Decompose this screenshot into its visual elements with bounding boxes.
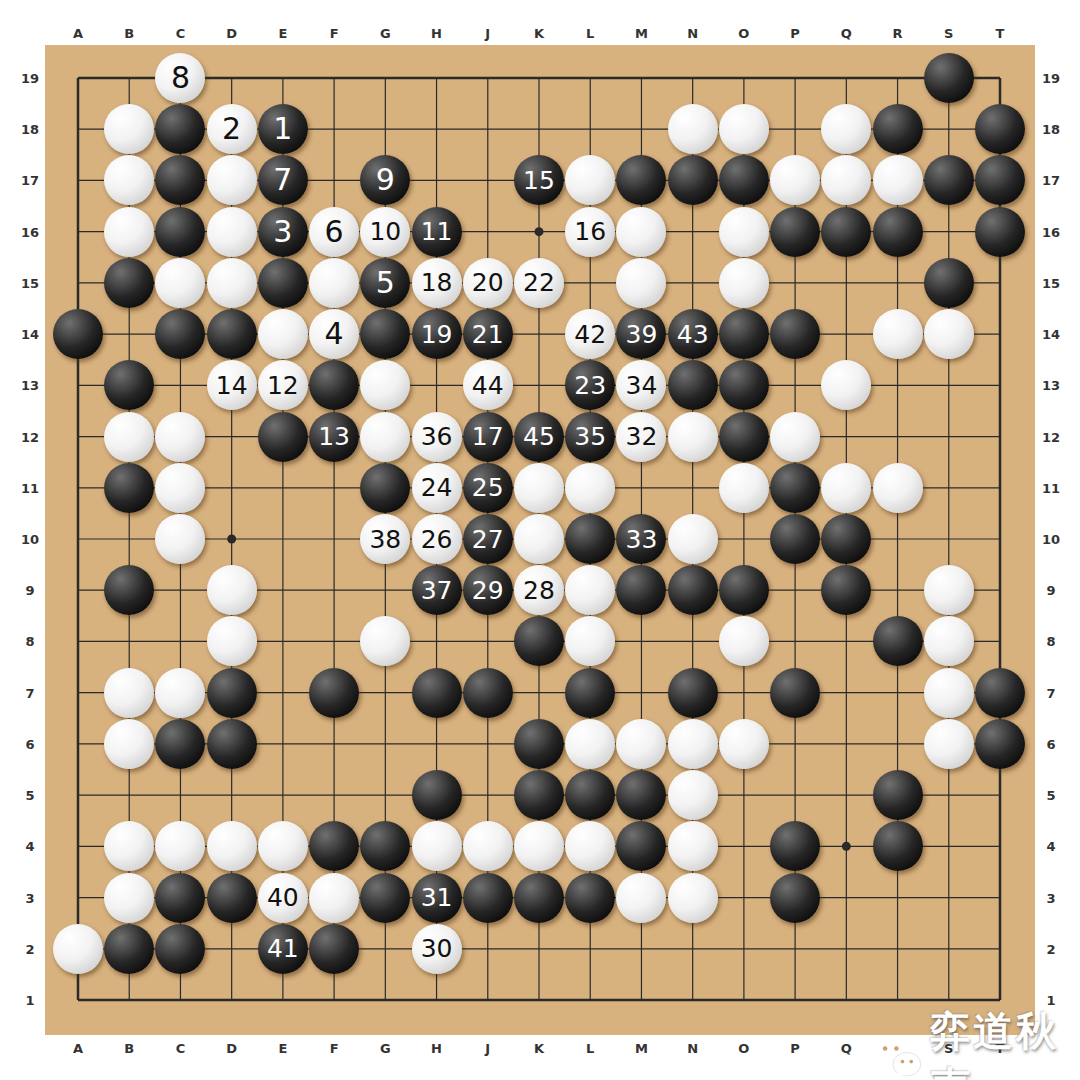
coord-label-right: 16 xyxy=(1042,224,1060,239)
stone-white-move-44: 44 xyxy=(463,360,513,410)
stone-black xyxy=(155,719,205,769)
stone-black xyxy=(207,719,257,769)
coord-label-top: H xyxy=(431,26,442,41)
stone-black xyxy=(565,514,615,564)
stone-black xyxy=(155,309,205,359)
coord-label-top: J xyxy=(485,26,490,41)
coord-label-top: P xyxy=(790,26,800,41)
stone-white xyxy=(360,360,410,410)
stone-white-move-34: 34 xyxy=(616,360,666,410)
stone-white xyxy=(463,821,513,871)
stone-white xyxy=(616,719,666,769)
coord-label-bottom: J xyxy=(485,1041,490,1056)
stone-black xyxy=(104,360,154,410)
stone-white xyxy=(873,309,923,359)
coord-label-bottom: D xyxy=(226,1041,237,1056)
stone-white xyxy=(207,616,257,666)
coord-label-bottom: E xyxy=(278,1041,287,1056)
stone-black xyxy=(565,668,615,718)
move-number: 13 xyxy=(318,424,350,449)
coord-label-right: 14 xyxy=(1042,327,1060,342)
stone-black xyxy=(104,258,154,308)
stone-black-move-11: 11 xyxy=(412,207,462,257)
stone-black xyxy=(616,565,666,615)
move-number: 35 xyxy=(574,424,606,449)
stone-black-move-1: 1 xyxy=(258,104,308,154)
stone-black xyxy=(258,412,308,462)
move-number: 29 xyxy=(472,578,504,603)
stone-white xyxy=(565,821,615,871)
coord-label-bottom: M xyxy=(635,1041,648,1056)
move-number: 10 xyxy=(369,219,401,244)
stone-white xyxy=(565,155,615,205)
stone-black-move-21: 21 xyxy=(463,309,513,359)
star-point xyxy=(842,842,851,851)
stone-white xyxy=(104,668,154,718)
stone-white xyxy=(770,412,820,462)
coord-label-left: 3 xyxy=(25,890,34,905)
coord-label-left: 6 xyxy=(25,736,34,751)
stone-black xyxy=(770,821,820,871)
stone-white xyxy=(873,155,923,205)
stone-white xyxy=(412,821,462,871)
move-number: 45 xyxy=(523,424,555,449)
coord-label-right: 6 xyxy=(1046,736,1055,751)
move-number: 14 xyxy=(216,373,248,398)
stone-white xyxy=(565,616,615,666)
stone-white xyxy=(104,155,154,205)
stone-black xyxy=(770,207,820,257)
stone-black xyxy=(873,616,923,666)
move-number: 12 xyxy=(267,373,299,398)
stone-black xyxy=(616,155,666,205)
coord-label-top: K xyxy=(534,26,544,41)
coord-label-top: D xyxy=(226,26,237,41)
stone-white-move-16: 16 xyxy=(565,207,615,257)
stone-black xyxy=(309,668,359,718)
stone-white-move-38: 38 xyxy=(360,514,410,564)
stone-white xyxy=(668,719,718,769)
stone-black xyxy=(104,565,154,615)
stone-black-move-9: 9 xyxy=(360,155,410,205)
coord-label-top: E xyxy=(278,26,287,41)
stone-white xyxy=(565,719,615,769)
stone-black xyxy=(104,924,154,974)
move-number: 7 xyxy=(273,165,292,195)
coord-label-bottom: Q xyxy=(841,1041,852,1056)
coord-label-bottom: L xyxy=(586,1041,594,1056)
coord-label-top: G xyxy=(380,26,391,41)
stone-black xyxy=(616,770,666,820)
stone-black xyxy=(719,412,769,462)
coord-label-left: 5 xyxy=(25,788,34,803)
star-point xyxy=(227,535,236,544)
stone-white xyxy=(155,668,205,718)
stone-white xyxy=(770,155,820,205)
stone-black xyxy=(975,155,1025,205)
stone-black xyxy=(565,770,615,820)
stone-white xyxy=(668,412,718,462)
stone-black xyxy=(873,821,923,871)
move-number: 5 xyxy=(376,268,395,298)
stone-white xyxy=(104,207,154,257)
coord-label-right: 8 xyxy=(1046,634,1055,649)
move-number: 8 xyxy=(171,63,190,93)
coord-label-right: 10 xyxy=(1042,532,1060,547)
stone-white xyxy=(53,924,103,974)
move-number: 34 xyxy=(626,373,658,398)
stone-white xyxy=(309,873,359,923)
stone-black xyxy=(770,668,820,718)
coord-label-left: 2 xyxy=(25,941,34,956)
stone-black xyxy=(258,258,308,308)
stone-black xyxy=(463,873,513,923)
stone-white-move-42: 42 xyxy=(565,309,615,359)
stone-white xyxy=(668,104,718,154)
stone-white xyxy=(924,565,974,615)
stone-black xyxy=(207,873,257,923)
stone-black xyxy=(975,104,1025,154)
stone-black xyxy=(821,565,871,615)
move-number: 4 xyxy=(325,319,344,349)
move-number: 28 xyxy=(523,578,555,603)
stone-black xyxy=(207,309,257,359)
stone-white xyxy=(155,258,205,308)
move-number: 30 xyxy=(421,936,453,961)
stone-white xyxy=(207,155,257,205)
stone-black xyxy=(514,770,564,820)
watermark-text: 弈道秋声 xyxy=(930,1004,1080,1080)
coord-label-bottom: F xyxy=(330,1041,339,1056)
move-number: 21 xyxy=(472,322,504,347)
stone-black xyxy=(309,821,359,871)
coord-label-right: 19 xyxy=(1042,71,1060,86)
stone-black-move-41: 41 xyxy=(258,924,308,974)
stone-white-move-26: 26 xyxy=(412,514,462,564)
coord-label-bottom: C xyxy=(176,1041,186,1056)
move-number: 38 xyxy=(369,527,401,552)
stone-black xyxy=(309,360,359,410)
coord-label-top: R xyxy=(893,26,903,41)
move-number: 9 xyxy=(376,165,395,195)
stone-black xyxy=(514,719,564,769)
move-number: 39 xyxy=(626,322,658,347)
move-number: 33 xyxy=(626,527,658,552)
stone-black xyxy=(155,155,205,205)
move-number: 16 xyxy=(574,219,606,244)
coord-label-left: 12 xyxy=(21,429,39,444)
stone-white xyxy=(104,412,154,462)
move-number: 2 xyxy=(222,114,241,144)
stone-black xyxy=(309,924,359,974)
stone-black xyxy=(155,104,205,154)
stone-black xyxy=(821,207,871,257)
coord-label-left: 8 xyxy=(25,634,34,649)
stone-white xyxy=(873,463,923,513)
stone-black xyxy=(668,668,718,718)
stone-white xyxy=(207,821,257,871)
move-number: 27 xyxy=(472,527,504,552)
move-number: 3 xyxy=(273,217,292,247)
stone-white-move-22: 22 xyxy=(514,258,564,308)
stone-black-move-29: 29 xyxy=(463,565,513,615)
coord-label-right: 7 xyxy=(1046,685,1055,700)
coord-label-top: F xyxy=(330,26,339,41)
stone-white xyxy=(514,463,564,513)
stone-white xyxy=(309,258,359,308)
stone-black-move-33: 33 xyxy=(616,514,666,564)
stone-black xyxy=(360,873,410,923)
stone-black xyxy=(155,207,205,257)
coord-label-right: 3 xyxy=(1046,890,1055,905)
stone-white xyxy=(565,463,615,513)
stone-black xyxy=(207,668,257,718)
coord-label-left: 19 xyxy=(21,71,39,86)
stone-white xyxy=(821,104,871,154)
stone-white-move-28: 28 xyxy=(514,565,564,615)
stone-white xyxy=(924,668,974,718)
stone-white xyxy=(719,463,769,513)
coord-label-bottom: O xyxy=(738,1041,749,1056)
stone-black-move-43: 43 xyxy=(668,309,718,359)
stone-white xyxy=(514,514,564,564)
stone-white xyxy=(668,873,718,923)
coord-label-right: 13 xyxy=(1042,378,1060,393)
stone-white xyxy=(719,616,769,666)
stone-white xyxy=(565,565,615,615)
stone-black xyxy=(873,207,923,257)
stone-black-move-7: 7 xyxy=(258,155,308,205)
coord-label-right: 12 xyxy=(1042,429,1060,444)
stone-black-move-27: 27 xyxy=(463,514,513,564)
move-number: 15 xyxy=(523,168,555,193)
stone-white xyxy=(668,514,718,564)
stone-black xyxy=(975,207,1025,257)
stone-black xyxy=(616,821,666,871)
coord-label-left: 13 xyxy=(21,378,39,393)
stone-black xyxy=(463,668,513,718)
stone-white xyxy=(155,821,205,871)
stone-black xyxy=(770,514,820,564)
stone-white-move-36: 36 xyxy=(412,412,462,462)
stone-black-move-19: 19 xyxy=(412,309,462,359)
stone-black xyxy=(719,309,769,359)
stone-white xyxy=(821,155,871,205)
coord-label-left: 18 xyxy=(21,122,39,137)
stone-black xyxy=(360,821,410,871)
move-number: 17 xyxy=(472,424,504,449)
stone-white xyxy=(360,616,410,666)
coord-label-bottom: P xyxy=(790,1041,800,1056)
move-number: 40 xyxy=(267,885,299,910)
coord-label-left: 7 xyxy=(25,685,34,700)
stone-black-move-31: 31 xyxy=(412,873,462,923)
move-number: 18 xyxy=(421,270,453,295)
stone-white xyxy=(924,616,974,666)
stone-white xyxy=(719,207,769,257)
coord-label-top: C xyxy=(176,26,186,41)
stone-black-move-23: 23 xyxy=(565,360,615,410)
coord-label-top: S xyxy=(944,26,953,41)
move-number: 19 xyxy=(421,322,453,347)
move-number: 24 xyxy=(421,475,453,500)
stone-black xyxy=(412,668,462,718)
stone-white xyxy=(514,821,564,871)
stone-black xyxy=(155,873,205,923)
stone-white xyxy=(360,412,410,462)
stone-black xyxy=(975,668,1025,718)
stone-black-move-17: 17 xyxy=(463,412,513,462)
stone-white-move-10: 10 xyxy=(360,207,410,257)
stone-white xyxy=(616,873,666,923)
stone-black-move-45: 45 xyxy=(514,412,564,462)
coord-label-top: B xyxy=(124,26,134,41)
stone-black xyxy=(514,873,564,923)
stone-white-move-12: 12 xyxy=(258,360,308,410)
coord-label-top: T xyxy=(996,26,1005,41)
move-number: 31 xyxy=(421,885,453,910)
stone-black xyxy=(53,309,103,359)
coord-label-bottom: A xyxy=(73,1041,83,1056)
stone-black-move-37: 37 xyxy=(412,565,462,615)
stone-white-move-24: 24 xyxy=(412,463,462,513)
stone-white xyxy=(616,207,666,257)
stone-white xyxy=(668,770,718,820)
stone-white-move-6: 6 xyxy=(309,207,359,257)
stone-black xyxy=(360,463,410,513)
stone-white-move-8: 8 xyxy=(155,53,205,103)
watermark: 弈道秋声 xyxy=(872,1004,1080,1080)
stone-black xyxy=(565,873,615,923)
stone-black xyxy=(770,463,820,513)
stone-black xyxy=(360,309,410,359)
stone-black xyxy=(924,258,974,308)
stone-white xyxy=(155,412,205,462)
coord-label-left: 15 xyxy=(21,275,39,290)
stone-black xyxy=(924,53,974,103)
coord-label-left: 16 xyxy=(21,224,39,239)
stone-black-move-35: 35 xyxy=(565,412,615,462)
stone-white xyxy=(719,719,769,769)
stone-white xyxy=(668,821,718,871)
stone-white xyxy=(207,207,257,257)
stone-white-move-30: 30 xyxy=(412,924,462,974)
stone-black-move-3: 3 xyxy=(258,207,308,257)
coord-label-right: 5 xyxy=(1046,788,1055,803)
move-number: 1 xyxy=(273,114,292,144)
coord-label-bottom: N xyxy=(687,1041,698,1056)
coord-label-right: 17 xyxy=(1042,173,1060,188)
stone-white-move-2: 2 xyxy=(207,104,257,154)
go-diagram-page: AABBCCDDEEFFGGHHJJKKLLMMNNOOPPQQRRSSTT19… xyxy=(0,0,1080,1080)
coord-label-top: M xyxy=(635,26,648,41)
stone-black-move-13: 13 xyxy=(309,412,359,462)
coord-label-left: 17 xyxy=(21,173,39,188)
stone-black xyxy=(668,565,718,615)
coord-label-top: O xyxy=(738,26,749,41)
coord-label-right: 9 xyxy=(1046,583,1055,598)
stone-white xyxy=(104,821,154,871)
stone-black xyxy=(719,565,769,615)
wechat-icon xyxy=(872,1031,926,1080)
coord-label-top: L xyxy=(586,26,594,41)
stone-black xyxy=(104,463,154,513)
stone-white xyxy=(258,309,308,359)
move-number: 32 xyxy=(626,424,658,449)
move-number: 37 xyxy=(421,578,453,603)
stone-black xyxy=(668,155,718,205)
stone-white xyxy=(719,258,769,308)
stone-black xyxy=(514,616,564,666)
stone-black xyxy=(155,924,205,974)
coord-label-left: 4 xyxy=(25,839,34,854)
stone-white xyxy=(821,463,871,513)
stone-black xyxy=(412,770,462,820)
stone-white xyxy=(924,309,974,359)
stone-white xyxy=(258,821,308,871)
stone-black xyxy=(668,360,718,410)
move-number: 22 xyxy=(523,270,555,295)
stone-white xyxy=(924,719,974,769)
stone-white xyxy=(155,463,205,513)
stone-black xyxy=(873,104,923,154)
stone-black xyxy=(924,155,974,205)
stone-white xyxy=(207,258,257,308)
stone-white xyxy=(155,514,205,564)
stone-black-move-39: 39 xyxy=(616,309,666,359)
stone-black xyxy=(873,770,923,820)
move-number: 42 xyxy=(574,322,606,347)
coord-label-left: 1 xyxy=(25,993,34,1008)
stone-white-move-32: 32 xyxy=(616,412,666,462)
stone-white xyxy=(104,104,154,154)
stone-white xyxy=(821,360,871,410)
move-number: 6 xyxy=(325,217,344,247)
move-number: 43 xyxy=(677,322,709,347)
move-number: 25 xyxy=(472,475,504,500)
coord-label-left: 11 xyxy=(21,480,39,495)
coord-label-right: 15 xyxy=(1042,275,1060,290)
move-number: 11 xyxy=(421,219,453,244)
move-number: 41 xyxy=(267,936,299,961)
stone-black xyxy=(975,719,1025,769)
stone-white-move-40: 40 xyxy=(258,873,308,923)
coord-label-left: 10 xyxy=(21,532,39,547)
coord-label-right: 11 xyxy=(1042,480,1060,495)
move-number: 23 xyxy=(574,373,606,398)
stone-white xyxy=(616,258,666,308)
move-number: 26 xyxy=(421,527,453,552)
stone-black-move-5: 5 xyxy=(360,258,410,308)
coord-label-left: 14 xyxy=(21,327,39,342)
coord-label-top: A xyxy=(73,26,83,41)
stone-black-move-15: 15 xyxy=(514,155,564,205)
stone-black xyxy=(719,155,769,205)
move-number: 36 xyxy=(421,424,453,449)
coord-label-right: 18 xyxy=(1042,122,1060,137)
stone-black-move-25: 25 xyxy=(463,463,513,513)
coord-label-bottom: B xyxy=(124,1041,134,1056)
stone-black xyxy=(821,514,871,564)
coord-label-right: 4 xyxy=(1046,839,1055,854)
stone-white-move-20: 20 xyxy=(463,258,513,308)
move-number: 20 xyxy=(472,270,504,295)
stone-white xyxy=(719,104,769,154)
coord-label-top: N xyxy=(687,26,698,41)
stone-white xyxy=(104,719,154,769)
stone-white xyxy=(104,873,154,923)
stone-white-move-14: 14 xyxy=(207,360,257,410)
